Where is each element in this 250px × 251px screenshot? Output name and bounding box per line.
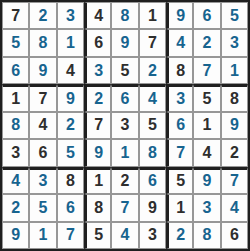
cell-r7c6[interactable]: 6	[139, 167, 166, 194]
cell-r1c4[interactable]: 4	[84, 2, 111, 29]
cell-r3c3[interactable]: 4	[57, 57, 84, 84]
cell-r9c9[interactable]: 6	[221, 222, 248, 249]
cell-r1c2[interactable]: 2	[29, 2, 56, 29]
cell-r3c2[interactable]: 9	[29, 57, 56, 84]
cell-r9c8[interactable]: 8	[193, 222, 220, 249]
cell-r8c7[interactable]: 1	[166, 194, 193, 221]
cell-r5c6[interactable]: 5	[139, 112, 166, 139]
cell-r6c9[interactable]: 2	[221, 139, 248, 166]
cell-r3c4[interactable]: 3	[84, 57, 111, 84]
sudoku-board: 7234819655816974236943528711792643588427…	[0, 0, 250, 251]
cell-r1c1[interactable]: 7	[2, 2, 29, 29]
cell-r6c5[interactable]: 1	[111, 139, 138, 166]
cell-r5c4[interactable]: 7	[84, 112, 111, 139]
cell-r1c5[interactable]: 8	[111, 2, 138, 29]
cell-r4c7[interactable]: 3	[166, 84, 193, 111]
cell-r8c4[interactable]: 8	[84, 194, 111, 221]
cell-r8c8[interactable]: 3	[193, 194, 220, 221]
cell-r9c4[interactable]: 5	[84, 222, 111, 249]
cell-r2c8[interactable]: 2	[193, 29, 220, 56]
cell-r3c1[interactable]: 6	[2, 57, 29, 84]
cell-r4c2[interactable]: 7	[29, 84, 56, 111]
cell-r8c9[interactable]: 4	[221, 194, 248, 221]
cell-r2c3[interactable]: 1	[57, 29, 84, 56]
cell-r9c1[interactable]: 9	[2, 222, 29, 249]
cell-r8c5[interactable]: 7	[111, 194, 138, 221]
cell-r4c8[interactable]: 5	[193, 84, 220, 111]
cell-r5c3[interactable]: 2	[57, 112, 84, 139]
cell-r5c8[interactable]: 1	[193, 112, 220, 139]
cell-r8c1[interactable]: 2	[2, 194, 29, 221]
cell-r7c7[interactable]: 5	[166, 167, 193, 194]
cell-r1c7[interactable]: 9	[166, 2, 193, 29]
cell-r6c4[interactable]: 9	[84, 139, 111, 166]
cell-r4c6[interactable]: 4	[139, 84, 166, 111]
cell-r2c7[interactable]: 4	[166, 29, 193, 56]
cell-r6c3[interactable]: 5	[57, 139, 84, 166]
cell-r5c5[interactable]: 3	[111, 112, 138, 139]
cell-r7c9[interactable]: 7	[221, 167, 248, 194]
cell-r5c2[interactable]: 4	[29, 112, 56, 139]
cell-r3c8[interactable]: 7	[193, 57, 220, 84]
cell-r9c6[interactable]: 3	[139, 222, 166, 249]
cell-r1c3[interactable]: 3	[57, 2, 84, 29]
cell-r5c7[interactable]: 6	[166, 112, 193, 139]
cell-r7c3[interactable]: 8	[57, 167, 84, 194]
cell-r7c5[interactable]: 2	[111, 167, 138, 194]
cell-r3c5[interactable]: 5	[111, 57, 138, 84]
cell-r4c4[interactable]: 2	[84, 84, 111, 111]
cell-r6c8[interactable]: 4	[193, 139, 220, 166]
cell-r9c2[interactable]: 1	[29, 222, 56, 249]
cell-r6c7[interactable]: 7	[166, 139, 193, 166]
cell-r8c3[interactable]: 6	[57, 194, 84, 221]
cell-r6c2[interactable]: 6	[29, 139, 56, 166]
cell-r1c8[interactable]: 6	[193, 2, 220, 29]
cell-r7c2[interactable]: 3	[29, 167, 56, 194]
cell-r4c5[interactable]: 6	[111, 84, 138, 111]
cell-r4c3[interactable]: 9	[57, 84, 84, 111]
cell-r4c1[interactable]: 1	[2, 84, 29, 111]
cell-r2c9[interactable]: 3	[221, 29, 248, 56]
cell-r1c6[interactable]: 1	[139, 2, 166, 29]
cell-r9c3[interactable]: 7	[57, 222, 84, 249]
cell-r7c8[interactable]: 9	[193, 167, 220, 194]
cell-r3c9[interactable]: 1	[221, 57, 248, 84]
cell-r6c1[interactable]: 3	[2, 139, 29, 166]
cell-r2c2[interactable]: 8	[29, 29, 56, 56]
cell-r5c1[interactable]: 8	[2, 112, 29, 139]
cell-r8c6[interactable]: 9	[139, 194, 166, 221]
cell-r9c5[interactable]: 4	[111, 222, 138, 249]
cell-r7c1[interactable]: 4	[2, 167, 29, 194]
cell-r5c9[interactable]: 9	[221, 112, 248, 139]
cell-r3c7[interactable]: 8	[166, 57, 193, 84]
cell-r3c6[interactable]: 2	[139, 57, 166, 84]
cell-r4c9[interactable]: 8	[221, 84, 248, 111]
cell-r2c4[interactable]: 6	[84, 29, 111, 56]
cell-r8c2[interactable]: 5	[29, 194, 56, 221]
cell-r2c6[interactable]: 7	[139, 29, 166, 56]
cell-r9c7[interactable]: 2	[166, 222, 193, 249]
cell-r2c1[interactable]: 5	[2, 29, 29, 56]
cell-r6c6[interactable]: 8	[139, 139, 166, 166]
cell-r1c9[interactable]: 5	[221, 2, 248, 29]
cell-r2c5[interactable]: 9	[111, 29, 138, 56]
cell-r7c4[interactable]: 1	[84, 167, 111, 194]
